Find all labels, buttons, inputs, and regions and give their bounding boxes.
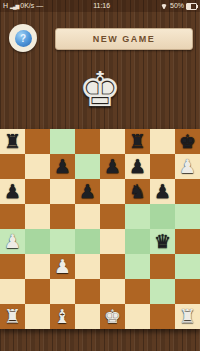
square-b7[interactable] xyxy=(25,154,50,179)
square-e1[interactable]: ♚ xyxy=(100,304,125,329)
square-f8[interactable]: ♜ xyxy=(125,129,150,154)
square-h1[interactable]: ♜ xyxy=(175,304,200,329)
new-game-button[interactable]: NEW GAME xyxy=(55,28,193,50)
square-b8[interactable] xyxy=(25,129,50,154)
square-f5[interactable] xyxy=(125,204,150,229)
square-g3[interactable] xyxy=(150,254,175,279)
square-d1[interactable] xyxy=(75,304,100,329)
square-h3[interactable] xyxy=(175,254,200,279)
square-e7[interactable]: ♟ xyxy=(100,154,125,179)
square-f1[interactable] xyxy=(125,304,150,329)
square-d2[interactable] xyxy=(75,279,100,304)
white-pawn-h7: ♟ xyxy=(179,154,196,179)
square-c4[interactable] xyxy=(50,229,75,254)
square-b2[interactable] xyxy=(25,279,50,304)
black-pawn-d6: ♟ xyxy=(79,179,96,204)
square-f3[interactable] xyxy=(125,254,150,279)
status-left: H▂▄▆ 0K/s — xyxy=(3,0,43,12)
status-bar: H▂▄▆ 0K/s — 11:16 50% xyxy=(0,0,200,12)
signal-bars-icon: ▂▄▆ xyxy=(10,0,18,12)
square-d8[interactable] xyxy=(75,129,100,154)
white-pawn-c3: ♟ xyxy=(54,254,71,279)
square-g5[interactable] xyxy=(150,204,175,229)
square-d6[interactable]: ♟ xyxy=(75,179,100,204)
square-c1[interactable]: ♝ xyxy=(50,304,75,329)
square-b3[interactable] xyxy=(25,254,50,279)
square-c8[interactable] xyxy=(50,129,75,154)
square-c7[interactable]: ♟ xyxy=(50,154,75,179)
black-pawn-f7: ♟ xyxy=(129,154,146,179)
status-right: 50% xyxy=(160,0,197,12)
turn-indicator-white-king: ♚ xyxy=(0,58,200,120)
square-a8[interactable]: ♜ xyxy=(0,129,25,154)
square-g6[interactable]: ♟ xyxy=(150,179,175,204)
black-king-h8: ♚ xyxy=(179,129,196,154)
square-e8[interactable] xyxy=(100,129,125,154)
square-e5[interactable] xyxy=(100,204,125,229)
square-g4[interactable]: ♛ xyxy=(150,229,175,254)
black-rook-a8: ♜ xyxy=(4,129,21,154)
chess-board: ♜♜♚♟♟♟♟♟♟♞♟♟♛♟♜♝♚♜ xyxy=(0,129,200,329)
square-a4[interactable]: ♟ xyxy=(0,229,25,254)
white-rook-a1: ♜ xyxy=(4,304,21,329)
chess-app-screen: H▂▄▆ 0K/s — 11:16 50% ? NEW GAME ♚ ♜♜♚♟♟… xyxy=(0,0,200,351)
square-b4[interactable] xyxy=(25,229,50,254)
square-e3[interactable] xyxy=(100,254,125,279)
square-d3[interactable] xyxy=(75,254,100,279)
square-a5[interactable] xyxy=(0,204,25,229)
square-b1[interactable] xyxy=(25,304,50,329)
square-c6[interactable] xyxy=(50,179,75,204)
black-rook-f8: ♜ xyxy=(129,129,146,154)
square-c3[interactable]: ♟ xyxy=(50,254,75,279)
square-b5[interactable] xyxy=(25,204,50,229)
square-a2[interactable] xyxy=(0,279,25,304)
black-pawn-g6: ♟ xyxy=(154,179,171,204)
square-e2[interactable] xyxy=(100,279,125,304)
battery-icon xyxy=(186,3,197,10)
square-h7[interactable]: ♟ xyxy=(175,154,200,179)
status-extra-label: — xyxy=(36,0,43,12)
square-b6[interactable] xyxy=(25,179,50,204)
white-pawn-a4: ♟ xyxy=(4,229,21,254)
hint-button[interactable]: ? xyxy=(9,24,37,52)
white-bishop-c1: ♝ xyxy=(54,304,71,329)
square-f4[interactable] xyxy=(125,229,150,254)
square-g1[interactable] xyxy=(150,304,175,329)
square-a7[interactable] xyxy=(0,154,25,179)
square-d7[interactable] xyxy=(75,154,100,179)
square-a6[interactable]: ♟ xyxy=(0,179,25,204)
square-d5[interactable] xyxy=(75,204,100,229)
square-f2[interactable] xyxy=(125,279,150,304)
white-rook-h1: ♜ xyxy=(179,304,196,329)
battery-percent-label: 50% xyxy=(170,0,184,12)
square-f7[interactable]: ♟ xyxy=(125,154,150,179)
square-g8[interactable] xyxy=(150,129,175,154)
black-pawn-c7: ♟ xyxy=(54,154,71,179)
square-g2[interactable] xyxy=(150,279,175,304)
square-a3[interactable] xyxy=(0,254,25,279)
square-g7[interactable] xyxy=(150,154,175,179)
toolbar: ? NEW GAME xyxy=(0,22,200,54)
square-d4[interactable] xyxy=(75,229,100,254)
black-queen-g4: ♛ xyxy=(154,229,171,254)
question-icon: ? xyxy=(15,30,32,47)
data-rate-label: 0K/s xyxy=(20,0,34,12)
square-e4[interactable] xyxy=(100,229,125,254)
square-h6[interactable] xyxy=(175,179,200,204)
wifi-icon xyxy=(160,3,168,9)
network-type-label: H xyxy=(3,0,8,12)
clock-label: 11:16 xyxy=(43,0,160,12)
white-king-e1: ♚ xyxy=(104,304,121,329)
black-pawn-a6: ♟ xyxy=(4,179,21,204)
square-h2[interactable] xyxy=(175,279,200,304)
square-h5[interactable] xyxy=(175,204,200,229)
square-h4[interactable] xyxy=(175,229,200,254)
square-h8[interactable]: ♚ xyxy=(175,129,200,154)
square-c2[interactable] xyxy=(50,279,75,304)
square-c5[interactable] xyxy=(50,204,75,229)
black-knight-f6: ♞ xyxy=(129,179,146,204)
square-a1[interactable]: ♜ xyxy=(0,304,25,329)
square-f6[interactable]: ♞ xyxy=(125,179,150,204)
square-e6[interactable] xyxy=(100,179,125,204)
black-pawn-e7: ♟ xyxy=(104,154,121,179)
